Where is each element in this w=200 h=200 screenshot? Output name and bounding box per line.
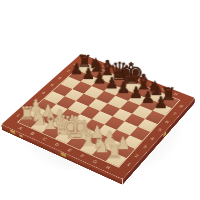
brass-clasp	[61, 152, 66, 158]
brass-latch	[10, 129, 15, 134]
brass-latch	[20, 134, 23, 138]
product-photo: ABCDEFGH ABCDEFGH 87654321 87654321 ♜♞♝♛…	[0, 0, 200, 200]
